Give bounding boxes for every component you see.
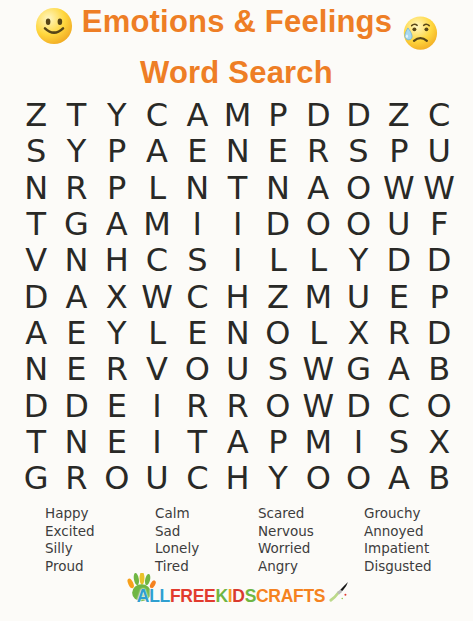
word-item: Scared xyxy=(258,505,364,523)
grid-cell-r11c2[interactable]: R xyxy=(56,460,96,496)
grid-cell-r7c1[interactable]: A xyxy=(16,315,56,351)
grid-cell-r7c3[interactable]: Y xyxy=(97,315,137,351)
grid-cell-r10c1[interactable]: T xyxy=(16,424,56,460)
grid-cell-r10c3[interactable]: E xyxy=(97,424,137,460)
grid-cell-r4c8[interactable]: O xyxy=(298,206,338,242)
logo-segment: ALL xyxy=(137,586,170,606)
word-item: Impatient xyxy=(364,540,432,558)
grid-cell-r11c9[interactable]: O xyxy=(338,460,378,496)
grid-cell-r5c5[interactable]: S xyxy=(177,242,217,278)
grid-cell-r9c1[interactable]: D xyxy=(16,387,56,423)
grid-cell-r11c3[interactable]: O xyxy=(97,460,137,496)
word-search-grid: ZTYCAMPDDZCSYPAENERSPUNRPLNTNAOWWTGAMIID… xyxy=(16,97,459,496)
grid-cell-r6c8[interactable]: M xyxy=(298,278,338,314)
logo-segment: S xyxy=(245,586,256,606)
word-item: Calm xyxy=(155,505,258,523)
grid-cell-r8c9[interactable]: G xyxy=(338,351,378,387)
word-item: Lonely xyxy=(155,540,258,558)
grid-cell-r8c1[interactable]: N xyxy=(16,351,56,387)
grid-cell-r4c10[interactable]: U xyxy=(379,206,419,242)
word-item: Angry xyxy=(258,558,364,576)
grid-cell-r4c2[interactable]: G xyxy=(56,206,96,242)
grid-cell-r3c6[interactable]: T xyxy=(217,170,257,206)
word-list-column-3: ScaredNervousWorriedAngry xyxy=(258,505,364,575)
grid-cell-r5c3[interactable]: H xyxy=(97,242,137,278)
grid-cell-r8c11[interactable]: B xyxy=(419,351,459,387)
grid-cell-r2c11[interactable]: U xyxy=(419,133,459,169)
grid-cell-r2c4[interactable]: A xyxy=(137,133,177,169)
grid-cell-r1c2[interactable]: T xyxy=(56,97,96,133)
grid-cell-r9c11[interactable]: O xyxy=(419,387,459,423)
word-item: Happy xyxy=(45,505,155,523)
grid-cell-r2c5[interactable]: E xyxy=(177,133,217,169)
allfreekidscrafts-logo: ALLFREEKIDSCRAFTS xyxy=(123,586,350,607)
word-item: Annoyed xyxy=(364,523,432,541)
grid-cell-r3c11[interactable]: W xyxy=(419,170,459,206)
grid-cell-r6c2[interactable]: A xyxy=(56,278,96,314)
grid-cell-r9c10[interactable]: C xyxy=(379,387,419,423)
grid-cell-r7c4[interactable]: L xyxy=(137,315,177,351)
grid-cell-r6c11[interactable]: P xyxy=(419,278,459,314)
grid-cell-r2c7[interactable]: E xyxy=(258,133,298,169)
page-title-line2: Word Search xyxy=(0,56,473,89)
grid-cell-r2c3[interactable]: P xyxy=(97,133,137,169)
grid-cell-r3c1[interactable]: N xyxy=(16,170,56,206)
grid-cell-r11c10[interactable]: A xyxy=(379,460,419,496)
word-item: Nervous xyxy=(258,523,364,541)
grid-cell-r9c6[interactable]: R xyxy=(217,387,257,423)
grid-cell-r10c9[interactable]: I xyxy=(338,424,378,460)
grid-cell-r9c4[interactable]: I xyxy=(137,387,177,423)
grid-cell-r9c5[interactable]: R xyxy=(177,387,217,423)
word-list-column-1: HappyExcitedSillyProud xyxy=(45,505,155,575)
grid-cell-r1c7[interactable]: P xyxy=(258,97,298,133)
grid-cell-r11c5[interactable]: C xyxy=(177,460,217,496)
grid-cell-r10c2[interactable]: N xyxy=(56,424,96,460)
grid-cell-r5c10[interactable]: D xyxy=(379,242,419,278)
grid-cell-r3c3[interactable]: P xyxy=(97,170,137,206)
grid-cell-r1c3[interactable]: Y xyxy=(97,97,137,133)
grid-cell-r1c6[interactable]: M xyxy=(217,97,257,133)
grid-cell-r6c5[interactable]: C xyxy=(177,278,217,314)
grid-cell-r1c11[interactable]: C xyxy=(419,97,459,133)
grid-cell-r11c7[interactable]: Y xyxy=(258,460,298,496)
grid-cell-r6c4[interactable]: W xyxy=(137,278,177,314)
worksheet-footer: ALLFREEKIDSCRAFTS xyxy=(0,586,473,607)
grid-cell-r6c10[interactable]: E xyxy=(379,278,419,314)
grid-cell-r10c4[interactable]: I xyxy=(137,424,177,460)
grid-cell-r7c9[interactable]: X xyxy=(338,315,378,351)
grid-cell-r8c8[interactable]: W xyxy=(298,351,338,387)
grid-cell-r4c4[interactable]: M xyxy=(137,206,177,242)
grid-cell-r2c6[interactable]: N xyxy=(217,133,257,169)
logo-segment: CRAFTS xyxy=(256,586,325,606)
grid-cell-r9c3[interactable]: E xyxy=(97,387,137,423)
logo-segment: K xyxy=(215,586,227,606)
word-item: Disgusted xyxy=(364,558,432,576)
grid-cell-r2c10[interactable]: P xyxy=(379,133,419,169)
grid-cell-r7c2[interactable]: E xyxy=(56,315,96,351)
grid-cell-r4c11[interactable]: F xyxy=(419,206,459,242)
grid-cell-r9c2[interactable]: D xyxy=(56,387,96,423)
grid-cell-r7c8[interactable]: L xyxy=(298,315,338,351)
grid-cell-r5c2[interactable]: N xyxy=(56,242,96,278)
grid-cell-r5c1[interactable]: V xyxy=(16,242,56,278)
grid-cell-r10c7[interactable]: P xyxy=(258,424,298,460)
paintbrush-icon xyxy=(328,581,350,607)
grid-cell-r11c8[interactable]: O xyxy=(298,460,338,496)
grid-cell-r9c7[interactable]: O xyxy=(258,387,298,423)
grid-cell-r9c9[interactable]: D xyxy=(338,387,378,423)
logo-segment: FREE xyxy=(170,586,215,606)
grid-cell-r10c10[interactable]: S xyxy=(379,424,419,460)
grid-cell-r8c10[interactable]: A xyxy=(379,351,419,387)
grid-cell-r3c10[interactable]: W xyxy=(379,170,419,206)
grid-cell-r2c8[interactable]: R xyxy=(298,133,338,169)
grid-cell-r8c7[interactable]: S xyxy=(258,351,298,387)
grid-cell-r7c5[interactable]: E xyxy=(177,315,217,351)
grid-cell-r7c7[interactable]: O xyxy=(258,315,298,351)
word-item: Worried xyxy=(258,540,364,558)
grid-cell-r11c4[interactable]: U xyxy=(137,460,177,496)
grid-cell-r3c9[interactable]: O xyxy=(338,170,378,206)
grid-cell-r5c4[interactable]: C xyxy=(137,242,177,278)
grid-cell-r5c9[interactable]: Y xyxy=(338,242,378,278)
grid-cell-r1c8[interactable]: D xyxy=(298,97,338,133)
grid-cell-r1c4[interactable]: C xyxy=(137,97,177,133)
grid-cell-r8c6[interactable]: U xyxy=(217,351,257,387)
grid-cell-r5c7[interactable]: L xyxy=(258,242,298,278)
grid-cell-r7c11[interactable]: D xyxy=(419,315,459,351)
word-search-worksheet: Emotions & Feelings xyxy=(0,0,473,621)
grid-cell-r4c3[interactable]: A xyxy=(97,206,137,242)
sad-tear-emoji-icon xyxy=(401,15,438,56)
worksheet-header: Emotions & Feelings xyxy=(0,0,473,89)
grid-cell-r5c8[interactable]: L xyxy=(298,242,338,278)
grid-cell-r3c7[interactable]: N xyxy=(258,170,298,206)
grid-cell-r10c6[interactable]: A xyxy=(217,424,257,460)
word-list-column-2: CalmSadLonelyTired xyxy=(155,505,258,575)
grid-cell-r6c3[interactable]: X xyxy=(97,278,137,314)
grid-cell-r3c5[interactable]: N xyxy=(177,170,217,206)
grid-cell-r1c10[interactable]: Z xyxy=(379,97,419,133)
word-list-column-4: GrouchyAnnoyedImpatientDisgusted xyxy=(364,505,432,575)
grid-cell-r11c1[interactable]: G xyxy=(16,460,56,496)
grid-cell-r3c2[interactable]: R xyxy=(56,170,96,206)
grid-cell-r3c4[interactable]: L xyxy=(137,170,177,206)
grid-cell-r8c5[interactable]: O xyxy=(177,351,217,387)
grid-cell-r2c2[interactable]: Y xyxy=(56,133,96,169)
grid-cell-r10c8[interactable]: M xyxy=(298,424,338,460)
word-list: HappyExcitedSillyProudCalmSadLonelyTired… xyxy=(45,505,432,575)
grid-cell-r4c1[interactable]: T xyxy=(16,206,56,242)
grid-cell-r7c6[interactable]: N xyxy=(217,315,257,351)
grid-cell-r1c5[interactable]: A xyxy=(177,97,217,133)
grid-cell-r10c11[interactable]: X xyxy=(419,424,459,460)
grid-cell-r1c9[interactable]: D xyxy=(338,97,378,133)
word-item: Silly xyxy=(45,540,155,558)
grid-cell-r2c1[interactable]: S xyxy=(16,133,56,169)
word-item: Grouchy xyxy=(364,505,432,523)
grid-cell-r6c7[interactable]: Z xyxy=(258,278,298,314)
grid-cell-r4c6[interactable]: I xyxy=(217,206,257,242)
grid-cell-r5c6[interactable]: I xyxy=(217,242,257,278)
grid-cell-r11c6[interactable]: H xyxy=(217,460,257,496)
grid-cell-r4c5[interactable]: I xyxy=(177,206,217,242)
grid-cell-r3c8[interactable]: A xyxy=(298,170,338,206)
grid-cell-r8c2[interactable]: E xyxy=(56,351,96,387)
grid-cell-r4c7[interactable]: D xyxy=(258,206,298,242)
grid-cell-r5c11[interactable]: D xyxy=(419,242,459,278)
grid-cell-r4c9[interactable]: O xyxy=(338,206,378,242)
happy-emoji-icon xyxy=(35,7,73,49)
word-item: Sad xyxy=(155,523,258,541)
logo-text: ALLFREEKIDSCRAFTS xyxy=(137,586,325,607)
grid-cell-r10c5[interactable]: T xyxy=(177,424,217,460)
grid-cell-r2c9[interactable]: S xyxy=(338,133,378,169)
grid-cell-r6c6[interactable]: H xyxy=(217,278,257,314)
grid-cell-r9c8[interactable]: W xyxy=(298,387,338,423)
grid-cell-r8c3[interactable]: R xyxy=(97,351,137,387)
word-item: Excited xyxy=(45,523,155,541)
grid-cell-r7c10[interactable]: R xyxy=(379,315,419,351)
grid-cell-r1c1[interactable]: Z xyxy=(16,97,56,133)
page-title-line1: Emotions & Feelings xyxy=(82,5,392,38)
word-item: Tired xyxy=(155,558,258,576)
grid-cell-r6c1[interactable]: D xyxy=(16,278,56,314)
grid-cell-r11c11[interactable]: B xyxy=(419,460,459,496)
grid-cell-r8c4[interactable]: V xyxy=(137,351,177,387)
logo-segment: D xyxy=(232,586,244,606)
grid-cell-r6c9[interactable]: U xyxy=(338,278,378,314)
